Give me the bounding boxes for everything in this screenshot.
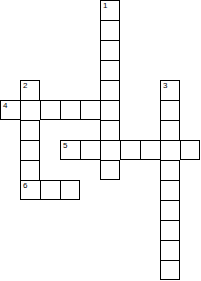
crossword-cell-r8c1[interactable] xyxy=(20,160,40,180)
crossword-cell-r7c7[interactable] xyxy=(140,140,160,160)
crossword-cell-r7c9[interactable] xyxy=(180,140,200,160)
crossword-cell-r5c4[interactable] xyxy=(80,100,100,120)
crossword-cell-r7c1[interactable] xyxy=(20,140,40,160)
crossword-cell-r9c2[interactable] xyxy=(40,180,60,200)
clue-number-1: 1 xyxy=(103,2,107,10)
crossword-grid: 123456 xyxy=(0,0,201,281)
crossword-cell-r4c5[interactable] xyxy=(100,80,120,100)
crossword-cell-r5c0[interactable]: 4 xyxy=(0,100,20,120)
crossword-cell-r5c5[interactable] xyxy=(100,100,120,120)
crossword-cell-r8c5[interactable] xyxy=(100,160,120,180)
clue-number-3: 3 xyxy=(163,82,167,90)
crossword-cell-r11c8[interactable] xyxy=(160,220,180,240)
crossword-cell-r13c8[interactable] xyxy=(160,260,180,280)
clue-number-6: 6 xyxy=(23,182,27,190)
crossword-cell-r4c1[interactable]: 2 xyxy=(20,80,40,100)
crossword-cell-r7c3[interactable]: 5 xyxy=(60,140,80,160)
crossword-cell-r7c4[interactable] xyxy=(80,140,100,160)
crossword-cell-r7c8[interactable] xyxy=(160,140,180,160)
crossword-cell-r3c5[interactable] xyxy=(100,60,120,80)
crossword-cell-r8c8[interactable] xyxy=(160,160,180,180)
crossword-cell-r5c8[interactable] xyxy=(160,100,180,120)
crossword-cell-r4c8[interactable]: 3 xyxy=(160,80,180,100)
crossword-cell-r5c3[interactable] xyxy=(60,100,80,120)
clue-number-2: 2 xyxy=(23,82,27,90)
crossword-cell-r6c8[interactable] xyxy=(160,120,180,140)
crossword-cell-r7c5[interactable] xyxy=(100,140,120,160)
clue-number-4: 4 xyxy=(3,102,7,110)
clue-number-5: 5 xyxy=(63,142,67,150)
crossword-cell-r1c5[interactable] xyxy=(100,20,120,40)
crossword-cell-r6c1[interactable] xyxy=(20,120,40,140)
crossword-cell-r5c2[interactable] xyxy=(40,100,60,120)
crossword-cell-r6c5[interactable] xyxy=(100,120,120,140)
crossword-cell-r0c5[interactable]: 1 xyxy=(100,0,120,20)
crossword-cell-r7c6[interactable] xyxy=(120,140,140,160)
crossword-cell-r12c8[interactable] xyxy=(160,240,180,260)
crossword-cell-r9c3[interactable] xyxy=(60,180,80,200)
crossword-cell-r9c8[interactable] xyxy=(160,180,180,200)
crossword-page: 123456 xyxy=(0,0,201,281)
crossword-cell-r2c5[interactable] xyxy=(100,40,120,60)
crossword-cell-r9c1[interactable]: 6 xyxy=(20,180,40,200)
crossword-cell-r5c1[interactable] xyxy=(20,100,40,120)
crossword-cell-r10c8[interactable] xyxy=(160,200,180,220)
